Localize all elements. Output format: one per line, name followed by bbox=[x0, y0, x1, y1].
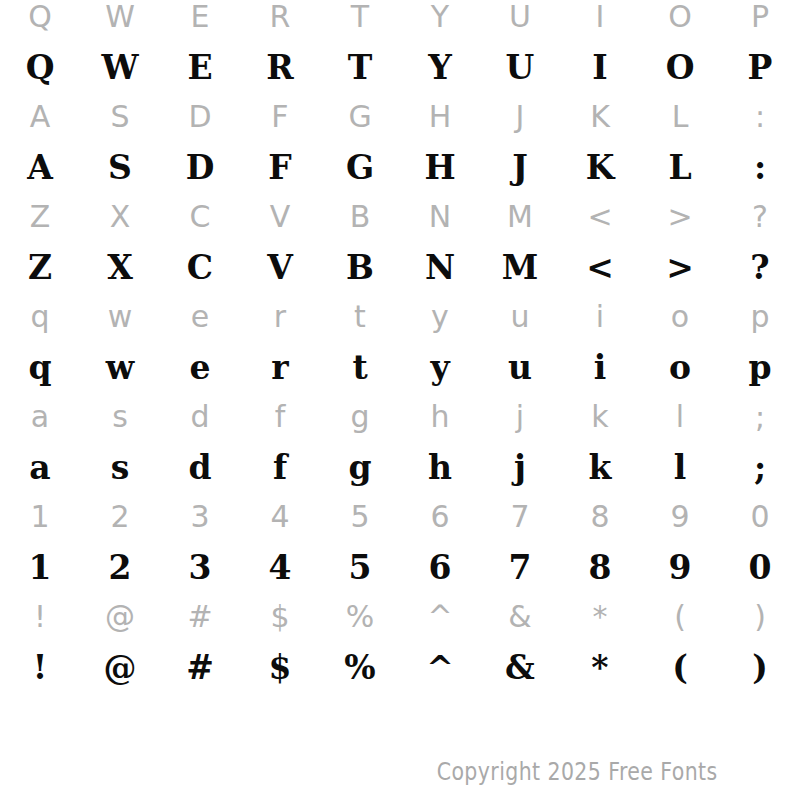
font-specimen-sheet: QWERTYUIOPQWERTYUIOPASDFGHJKL:ASDFGHJKL:… bbox=[0, 0, 800, 800]
char-cell-r5-c2: X bbox=[80, 192, 160, 242]
char-cell-r2-c4: R bbox=[240, 42, 320, 92]
char-cell-r11-c5: 5 bbox=[320, 492, 400, 542]
char-cell-r13-c4: $ bbox=[240, 592, 320, 642]
char-cell-r1-c6: Y bbox=[400, 0, 480, 42]
char-cell-r2-c3: E bbox=[160, 42, 240, 92]
char-cell-r1-c10: P bbox=[720, 0, 800, 42]
char-cell-r6-c7: M bbox=[480, 242, 560, 292]
char-cell-r12-c2: 2 bbox=[80, 542, 160, 592]
char-cell-r1-c7: U bbox=[480, 0, 560, 42]
char-cell-r2-c5: T bbox=[320, 42, 400, 92]
char-cell-r8-c2: w bbox=[80, 342, 160, 392]
char-cell-r7-c10: p bbox=[720, 292, 800, 342]
char-cell-r14-c1: ! bbox=[0, 642, 80, 692]
char-cell-r12-c7: 7 bbox=[480, 542, 560, 592]
char-cell-r3-c8: K bbox=[560, 92, 640, 142]
char-cell-r9-c3: d bbox=[160, 392, 240, 442]
char-cell-r6-c2: X bbox=[80, 242, 160, 292]
char-cell-r9-c5: g bbox=[320, 392, 400, 442]
char-cell-r7-c8: i bbox=[560, 292, 640, 342]
char-cell-r2-c2: W bbox=[80, 42, 160, 92]
char-cell-r9-c9: l bbox=[640, 392, 720, 442]
char-cell-r12-c8: 8 bbox=[560, 542, 640, 592]
char-cell-r5-c6: N bbox=[400, 192, 480, 242]
char-cell-r7-c7: u bbox=[480, 292, 560, 342]
char-cell-r3-c4: F bbox=[240, 92, 320, 142]
char-cell-r12-c5: 5 bbox=[320, 542, 400, 592]
char-cell-r7-c2: w bbox=[80, 292, 160, 342]
char-cell-r4-c2: S bbox=[80, 142, 160, 192]
character-grid: QWERTYUIOPQWERTYUIOPASDFGHJKL:ASDFGHJKL:… bbox=[0, 0, 800, 692]
char-cell-r13-c8: * bbox=[560, 592, 640, 642]
char-cell-r10-c5: g bbox=[320, 442, 400, 492]
char-cell-r14-c10: ) bbox=[720, 642, 800, 692]
char-cell-r13-c2: @ bbox=[80, 592, 160, 642]
char-cell-r5-c3: C bbox=[160, 192, 240, 242]
char-cell-r9-c1: a bbox=[0, 392, 80, 442]
char-cell-r5-c5: B bbox=[320, 192, 400, 242]
char-cell-r11-c4: 4 bbox=[240, 492, 320, 542]
char-cell-r9-c2: s bbox=[80, 392, 160, 442]
char-cell-r6-c8: < bbox=[560, 242, 640, 292]
char-cell-r14-c9: ( bbox=[640, 642, 720, 692]
char-cell-r12-c10: 0 bbox=[720, 542, 800, 592]
char-cell-r2-c6: Y bbox=[400, 42, 480, 92]
char-cell-r6-c5: B bbox=[320, 242, 400, 292]
char-cell-r13-c1: ! bbox=[0, 592, 80, 642]
char-cell-r11-c1: 1 bbox=[0, 492, 80, 542]
char-cell-r4-c1: A bbox=[0, 142, 80, 192]
char-cell-r13-c7: & bbox=[480, 592, 560, 642]
char-cell-r5-c10: ? bbox=[720, 192, 800, 242]
char-cell-r14-c5: % bbox=[320, 642, 400, 692]
char-cell-r5-c8: < bbox=[560, 192, 640, 242]
char-cell-r9-c6: h bbox=[400, 392, 480, 442]
char-cell-r12-c1: 1 bbox=[0, 542, 80, 592]
char-cell-r2-c1: Q bbox=[0, 42, 80, 92]
char-cell-r12-c6: 6 bbox=[400, 542, 480, 592]
char-cell-r3-c7: J bbox=[480, 92, 560, 142]
char-cell-r2-c8: I bbox=[560, 42, 640, 92]
char-cell-r6-c10: ? bbox=[720, 242, 800, 292]
char-cell-r4-c3: D bbox=[160, 142, 240, 192]
char-cell-r4-c6: H bbox=[400, 142, 480, 192]
char-cell-r10-c2: s bbox=[80, 442, 160, 492]
char-cell-r8-c5: t bbox=[320, 342, 400, 392]
char-cell-r8-c10: p bbox=[720, 342, 800, 392]
char-cell-r3-c6: H bbox=[400, 92, 480, 142]
char-cell-r8-c9: o bbox=[640, 342, 720, 392]
char-cell-r10-c9: l bbox=[640, 442, 720, 492]
char-cell-r3-c2: S bbox=[80, 92, 160, 142]
char-cell-r2-c9: O bbox=[640, 42, 720, 92]
char-cell-r10-c1: a bbox=[0, 442, 80, 492]
char-cell-r1-c9: O bbox=[640, 0, 720, 42]
char-cell-r6-c3: C bbox=[160, 242, 240, 292]
char-cell-r4-c8: K bbox=[560, 142, 640, 192]
char-cell-r5-c7: M bbox=[480, 192, 560, 242]
char-cell-r9-c7: j bbox=[480, 392, 560, 442]
char-cell-r13-c3: # bbox=[160, 592, 240, 642]
copyright-text: Copyright 2025 Free Fonts bbox=[437, 757, 718, 786]
char-cell-r6-c6: N bbox=[400, 242, 480, 292]
char-cell-r12-c9: 9 bbox=[640, 542, 720, 592]
char-cell-r14-c6: ^ bbox=[400, 642, 480, 692]
char-cell-r1-c1: Q bbox=[0, 0, 80, 42]
char-cell-r10-c6: h bbox=[400, 442, 480, 492]
char-cell-r3-c3: D bbox=[160, 92, 240, 142]
char-cell-r4-c7: J bbox=[480, 142, 560, 192]
char-cell-r6-c9: > bbox=[640, 242, 720, 292]
char-cell-r10-c8: k bbox=[560, 442, 640, 492]
char-cell-r12-c3: 3 bbox=[160, 542, 240, 592]
char-cell-r10-c10: ; bbox=[720, 442, 800, 492]
char-cell-r10-c3: d bbox=[160, 442, 240, 492]
char-cell-r2-c7: U bbox=[480, 42, 560, 92]
char-cell-r7-c5: t bbox=[320, 292, 400, 342]
char-cell-r7-c6: y bbox=[400, 292, 480, 342]
char-cell-r8-c4: r bbox=[240, 342, 320, 392]
char-cell-r7-c9: o bbox=[640, 292, 720, 342]
char-cell-r10-c4: f bbox=[240, 442, 320, 492]
char-cell-r1-c5: T bbox=[320, 0, 400, 42]
char-cell-r11-c8: 8 bbox=[560, 492, 640, 542]
char-cell-r7-c3: e bbox=[160, 292, 240, 342]
char-cell-r11-c3: 3 bbox=[160, 492, 240, 542]
char-cell-r6-c1: Z bbox=[0, 242, 80, 292]
char-cell-r14-c4: $ bbox=[240, 642, 320, 692]
char-cell-r2-c10: P bbox=[720, 42, 800, 92]
char-cell-r14-c8: * bbox=[560, 642, 640, 692]
char-cell-r4-c9: L bbox=[640, 142, 720, 192]
char-cell-r4-c10: : bbox=[720, 142, 800, 192]
char-cell-r11-c9: 9 bbox=[640, 492, 720, 542]
char-cell-r8-c6: y bbox=[400, 342, 480, 392]
char-cell-r3-c1: A bbox=[0, 92, 80, 142]
char-cell-r5-c4: V bbox=[240, 192, 320, 242]
char-cell-r5-c1: Z bbox=[0, 192, 80, 242]
char-cell-r13-c9: ( bbox=[640, 592, 720, 642]
char-cell-r13-c5: % bbox=[320, 592, 400, 642]
char-cell-r7-c4: r bbox=[240, 292, 320, 342]
char-cell-r13-c10: ) bbox=[720, 592, 800, 642]
char-cell-r9-c10: ; bbox=[720, 392, 800, 442]
char-cell-r9-c4: f bbox=[240, 392, 320, 442]
char-cell-r1-c3: E bbox=[160, 0, 240, 42]
char-cell-r12-c4: 4 bbox=[240, 542, 320, 592]
char-cell-r8-c1: q bbox=[0, 342, 80, 392]
char-cell-r3-c5: G bbox=[320, 92, 400, 142]
char-cell-r11-c6: 6 bbox=[400, 492, 480, 542]
char-cell-r9-c8: k bbox=[560, 392, 640, 442]
char-cell-r13-c6: ^ bbox=[400, 592, 480, 642]
char-cell-r11-c10: 0 bbox=[720, 492, 800, 542]
char-cell-r1-c2: W bbox=[80, 0, 160, 42]
char-cell-r11-c7: 7 bbox=[480, 492, 560, 542]
char-cell-r1-c8: I bbox=[560, 0, 640, 42]
char-cell-r8-c8: i bbox=[560, 342, 640, 392]
char-cell-r7-c1: q bbox=[0, 292, 80, 342]
char-cell-r14-c2: @ bbox=[80, 642, 160, 692]
char-cell-r8-c3: e bbox=[160, 342, 240, 392]
char-cell-r4-c5: G bbox=[320, 142, 400, 192]
char-cell-r8-c7: u bbox=[480, 342, 560, 392]
char-cell-r10-c7: j bbox=[480, 442, 560, 492]
char-cell-r6-c4: V bbox=[240, 242, 320, 292]
char-cell-r11-c2: 2 bbox=[80, 492, 160, 542]
char-cell-r1-c4: R bbox=[240, 0, 320, 42]
char-cell-r4-c4: F bbox=[240, 142, 320, 192]
char-cell-r5-c9: > bbox=[640, 192, 720, 242]
char-cell-r3-c10: : bbox=[720, 92, 800, 142]
char-cell-r14-c3: # bbox=[160, 642, 240, 692]
char-cell-r3-c9: L bbox=[640, 92, 720, 142]
char-cell-r14-c7: & bbox=[480, 642, 560, 692]
